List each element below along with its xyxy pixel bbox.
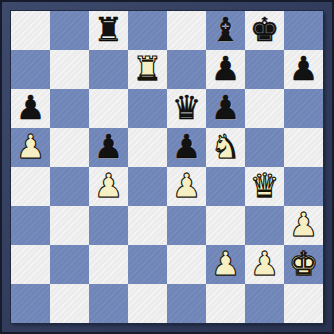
white-rook[interactable]: ♜ <box>128 50 167 89</box>
white-king[interactable]: ♚ <box>284 245 323 284</box>
square-d6[interactable] <box>128 89 167 128</box>
square-f7[interactable]: ♟ <box>206 50 245 89</box>
square-h6[interactable] <box>284 89 323 128</box>
square-e3[interactable] <box>167 206 206 245</box>
square-f4[interactable] <box>206 167 245 206</box>
square-b8[interactable] <box>50 11 89 50</box>
square-d1[interactable] <box>128 284 167 323</box>
square-f3[interactable] <box>206 206 245 245</box>
square-f5[interactable]: ♞ <box>206 128 245 167</box>
square-d4[interactable] <box>128 167 167 206</box>
square-g8[interactable]: ♚ <box>245 11 284 50</box>
square-c8[interactable]: ♜ <box>89 11 128 50</box>
square-h2[interactable]: ♚ <box>284 245 323 284</box>
square-b2[interactable] <box>50 245 89 284</box>
square-g5[interactable] <box>245 128 284 167</box>
square-f2[interactable]: ♟ <box>206 245 245 284</box>
square-b5[interactable] <box>50 128 89 167</box>
square-c6[interactable] <box>89 89 128 128</box>
black-pawn[interactable]: ♟ <box>11 89 50 128</box>
square-h7[interactable]: ♟ <box>284 50 323 89</box>
square-g1[interactable] <box>245 284 284 323</box>
black-pawn[interactable]: ♟ <box>89 128 128 167</box>
black-pawn[interactable]: ♟ <box>206 50 245 89</box>
black-queen[interactable]: ♛ <box>167 89 206 128</box>
square-d8[interactable] <box>128 11 167 50</box>
square-h5[interactable] <box>284 128 323 167</box>
square-d2[interactable] <box>128 245 167 284</box>
white-pawn[interactable]: ♟ <box>11 128 50 167</box>
black-pawn[interactable]: ♟ <box>167 128 206 167</box>
square-g6[interactable] <box>245 89 284 128</box>
square-d5[interactable] <box>128 128 167 167</box>
board-frame: ♜♝♚♜♟♟♟♛♟♟♟♟♞♟♟♛♟♟♟♚ <box>0 0 334 334</box>
white-queen[interactable]: ♛ <box>245 167 284 206</box>
square-c2[interactable] <box>89 245 128 284</box>
square-h8[interactable] <box>284 11 323 50</box>
square-c3[interactable] <box>89 206 128 245</box>
square-f1[interactable] <box>206 284 245 323</box>
chess-board: ♜♝♚♜♟♟♟♛♟♟♟♟♞♟♟♛♟♟♟♚ <box>11 11 323 323</box>
square-e6[interactable]: ♛ <box>167 89 206 128</box>
square-c4[interactable]: ♟ <box>89 167 128 206</box>
white-pawn[interactable]: ♟ <box>167 167 206 206</box>
square-c7[interactable] <box>89 50 128 89</box>
square-a2[interactable] <box>11 245 50 284</box>
square-g2[interactable]: ♟ <box>245 245 284 284</box>
square-a8[interactable] <box>11 11 50 50</box>
square-a6[interactable]: ♟ <box>11 89 50 128</box>
square-e1[interactable] <box>167 284 206 323</box>
square-g3[interactable] <box>245 206 284 245</box>
black-bishop[interactable]: ♝ <box>206 11 245 50</box>
square-e4[interactable]: ♟ <box>167 167 206 206</box>
square-h3[interactable]: ♟ <box>284 206 323 245</box>
square-a3[interactable] <box>11 206 50 245</box>
square-f8[interactable]: ♝ <box>206 11 245 50</box>
square-g4[interactable]: ♛ <box>245 167 284 206</box>
black-pawn[interactable]: ♟ <box>206 89 245 128</box>
white-pawn[interactable]: ♟ <box>206 245 245 284</box>
square-e8[interactable] <box>167 11 206 50</box>
white-pawn[interactable]: ♟ <box>89 167 128 206</box>
square-a4[interactable] <box>11 167 50 206</box>
square-a5[interactable]: ♟ <box>11 128 50 167</box>
white-pawn[interactable]: ♟ <box>284 206 323 245</box>
square-a7[interactable] <box>11 50 50 89</box>
square-c1[interactable] <box>89 284 128 323</box>
square-b7[interactable] <box>50 50 89 89</box>
square-e5[interactable]: ♟ <box>167 128 206 167</box>
square-e2[interactable] <box>167 245 206 284</box>
square-b4[interactable] <box>50 167 89 206</box>
white-pawn[interactable]: ♟ <box>245 245 284 284</box>
square-d3[interactable] <box>128 206 167 245</box>
black-pawn[interactable]: ♟ <box>284 50 323 89</box>
square-b3[interactable] <box>50 206 89 245</box>
black-rook[interactable]: ♜ <box>89 11 128 50</box>
square-b6[interactable] <box>50 89 89 128</box>
square-g7[interactable] <box>245 50 284 89</box>
white-knight[interactable]: ♞ <box>206 128 245 167</box>
black-king[interactable]: ♚ <box>245 11 284 50</box>
square-h4[interactable] <box>284 167 323 206</box>
square-d7[interactable]: ♜ <box>128 50 167 89</box>
square-f6[interactable]: ♟ <box>206 89 245 128</box>
square-e7[interactable] <box>167 50 206 89</box>
square-a1[interactable] <box>11 284 50 323</box>
square-c5[interactable]: ♟ <box>89 128 128 167</box>
square-b1[interactable] <box>50 284 89 323</box>
square-h1[interactable] <box>284 284 323 323</box>
